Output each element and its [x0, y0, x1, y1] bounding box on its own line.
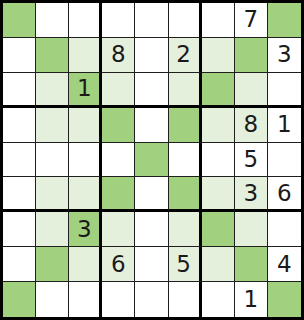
- cell-r3c7[interactable]: [202, 73, 235, 108]
- cell-r7c2[interactable]: [36, 212, 69, 247]
- cell-r2c3[interactable]: [69, 38, 102, 73]
- cell-r1c1[interactable]: [3, 3, 36, 38]
- cell-r1c9[interactable]: [268, 3, 301, 38]
- cell-r8c6[interactable]: 5: [169, 247, 202, 282]
- cell-r8c2[interactable]: [36, 247, 69, 282]
- cell-r8c8[interactable]: [235, 247, 268, 282]
- cell-r7c1[interactable]: [3, 212, 36, 247]
- cell-r2c8[interactable]: [235, 38, 268, 73]
- cell-r7c7[interactable]: [202, 212, 235, 247]
- cell-r3c8[interactable]: [235, 73, 268, 108]
- cell-r2c9[interactable]: 3: [268, 38, 301, 73]
- cell-r3c2[interactable]: [36, 73, 69, 108]
- sudoku-board: 782318153636541: [0, 0, 304, 320]
- cell-r9c6[interactable]: [169, 282, 202, 317]
- cell-r8c1[interactable]: [3, 247, 36, 282]
- cell-r9c1[interactable]: [3, 282, 36, 317]
- cell-r7c8[interactable]: [235, 212, 268, 247]
- cell-r1c5[interactable]: [135, 3, 168, 38]
- cell-r4c6[interactable]: [169, 108, 202, 143]
- cell-r4c8[interactable]: 8: [235, 108, 268, 143]
- cell-r7c5[interactable]: [135, 212, 168, 247]
- cell-r4c7[interactable]: [202, 108, 235, 143]
- cell-r8c3[interactable]: [69, 247, 102, 282]
- cell-r9c8[interactable]: 1: [235, 282, 268, 317]
- cell-r4c3[interactable]: [69, 108, 102, 143]
- cell-r2c1[interactable]: [3, 38, 36, 73]
- cell-r8c4[interactable]: 6: [102, 247, 135, 282]
- cell-r4c9[interactable]: 1: [268, 108, 301, 143]
- cell-r8c5[interactable]: [135, 247, 168, 282]
- cell-r6c2[interactable]: [36, 177, 69, 212]
- cell-r3c6[interactable]: [169, 73, 202, 108]
- cell-r3c1[interactable]: [3, 73, 36, 108]
- cell-r9c5[interactable]: [135, 282, 168, 317]
- cell-r6c3[interactable]: [69, 177, 102, 212]
- cell-r6c1[interactable]: [3, 177, 36, 212]
- cell-r2c2[interactable]: [36, 38, 69, 73]
- cell-r3c3[interactable]: 1: [69, 73, 102, 108]
- cell-r7c6[interactable]: [169, 212, 202, 247]
- cell-r6c5[interactable]: [135, 177, 168, 212]
- cell-r6c9[interactable]: 6: [268, 177, 301, 212]
- cell-r8c7[interactable]: [202, 247, 235, 282]
- cell-r3c5[interactable]: [135, 73, 168, 108]
- cell-r2c7[interactable]: [202, 38, 235, 73]
- cell-r1c4[interactable]: [102, 3, 135, 38]
- cell-r2c4[interactable]: 8: [102, 38, 135, 73]
- cell-r1c6[interactable]: [169, 3, 202, 38]
- cell-r9c7[interactable]: [202, 282, 235, 317]
- cell-r6c8[interactable]: 3: [235, 177, 268, 212]
- cell-r2c6[interactable]: 2: [169, 38, 202, 73]
- cell-r7c4[interactable]: [102, 212, 135, 247]
- cell-r2c5[interactable]: [135, 38, 168, 73]
- cell-r5c5[interactable]: [135, 143, 168, 178]
- cell-r5c8[interactable]: 5: [235, 143, 268, 178]
- cell-r9c9[interactable]: [268, 282, 301, 317]
- cell-r5c6[interactable]: [169, 143, 202, 178]
- cell-r9c2[interactable]: [36, 282, 69, 317]
- cell-r4c2[interactable]: [36, 108, 69, 143]
- cell-r4c4[interactable]: [102, 108, 135, 143]
- cell-r3c9[interactable]: [268, 73, 301, 108]
- cell-r7c9[interactable]: [268, 212, 301, 247]
- cell-r5c3[interactable]: [69, 143, 102, 178]
- cell-r5c4[interactable]: [102, 143, 135, 178]
- cell-r9c4[interactable]: [102, 282, 135, 317]
- cell-r3c4[interactable]: [102, 73, 135, 108]
- cell-r6c6[interactable]: [169, 177, 202, 212]
- cell-r7c3[interactable]: 3: [69, 212, 102, 247]
- cell-r5c7[interactable]: [202, 143, 235, 178]
- cell-r6c7[interactable]: [202, 177, 235, 212]
- cell-r1c3[interactable]: [69, 3, 102, 38]
- cell-r5c2[interactable]: [36, 143, 69, 178]
- cell-r1c8[interactable]: 7: [235, 3, 268, 38]
- cell-r1c7[interactable]: [202, 3, 235, 38]
- cell-r8c9[interactable]: 4: [268, 247, 301, 282]
- cell-r1c2[interactable]: [36, 3, 69, 38]
- cell-r9c3[interactable]: [69, 282, 102, 317]
- cell-r4c5[interactable]: [135, 108, 168, 143]
- cell-r5c1[interactable]: [3, 143, 36, 178]
- cell-r6c4[interactable]: [102, 177, 135, 212]
- cell-r4c1[interactable]: [3, 108, 36, 143]
- cell-r5c9[interactable]: [268, 143, 301, 178]
